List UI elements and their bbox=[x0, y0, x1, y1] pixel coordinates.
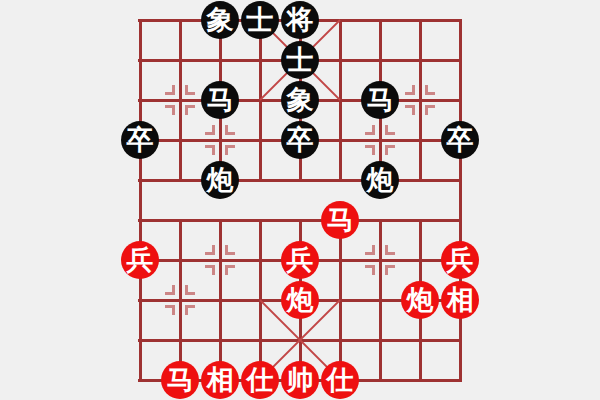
red-soldier[interactable]: 兵 bbox=[441, 241, 479, 279]
point-marker-bracket bbox=[185, 305, 195, 315]
point-marker-bracket bbox=[225, 245, 235, 255]
point-marker-bracket bbox=[205, 145, 215, 155]
red-cannon[interactable]: 炮 bbox=[281, 281, 319, 319]
grid-line bbox=[339, 19, 342, 182]
red-elephant[interactable]: 相 bbox=[201, 361, 239, 399]
point-marker-bracket bbox=[365, 125, 375, 135]
black-elephant[interactable]: 象 bbox=[281, 81, 319, 119]
point-marker-bracket bbox=[365, 265, 375, 275]
point-marker-bracket bbox=[205, 245, 215, 255]
red-advisor[interactable]: 仕 bbox=[321, 361, 359, 399]
grid-line bbox=[419, 19, 422, 182]
point-marker-bracket bbox=[425, 85, 435, 95]
grid-line bbox=[139, 19, 142, 382]
point-marker-bracket bbox=[205, 265, 215, 275]
grid-line bbox=[339, 219, 342, 382]
grid-line bbox=[459, 19, 462, 382]
black-horse[interactable]: 马 bbox=[361, 81, 399, 119]
black-cannon[interactable]: 炮 bbox=[361, 161, 399, 199]
red-general[interactable]: 帅 bbox=[281, 361, 319, 399]
point-marker-bracket bbox=[225, 145, 235, 155]
grid-line bbox=[259, 19, 262, 182]
red-elephant[interactable]: 相 bbox=[441, 281, 479, 319]
black-soldier[interactable]: 卒 bbox=[281, 121, 319, 159]
point-marker-bracket bbox=[185, 105, 195, 115]
point-marker-bracket bbox=[405, 105, 415, 115]
point-marker-bracket bbox=[385, 125, 395, 135]
red-horse[interactable]: 马 bbox=[161, 361, 199, 399]
black-advisor[interactable]: 士 bbox=[281, 41, 319, 79]
black-soldier[interactable]: 卒 bbox=[121, 121, 159, 159]
red-cannon[interactable]: 炮 bbox=[401, 281, 439, 319]
black-general[interactable]: 将 bbox=[281, 1, 319, 39]
black-soldier[interactable]: 卒 bbox=[441, 121, 479, 159]
grid-line bbox=[259, 219, 262, 382]
black-cannon[interactable]: 炮 bbox=[201, 161, 239, 199]
point-marker-bracket bbox=[405, 85, 415, 95]
point-marker-bracket bbox=[385, 265, 395, 275]
grid-line bbox=[179, 19, 182, 182]
black-horse[interactable]: 马 bbox=[201, 81, 239, 119]
point-marker-bracket bbox=[385, 145, 395, 155]
point-marker-bracket bbox=[165, 105, 175, 115]
point-marker-bracket bbox=[225, 125, 235, 135]
red-soldier[interactable]: 兵 bbox=[121, 241, 159, 279]
black-advisor[interactable]: 士 bbox=[241, 1, 279, 39]
red-horse[interactable]: 马 bbox=[321, 201, 359, 239]
red-advisor[interactable]: 仕 bbox=[241, 361, 279, 399]
black-elephant[interactable]: 象 bbox=[201, 1, 239, 39]
point-marker-bracket bbox=[365, 145, 375, 155]
point-marker-bracket bbox=[425, 105, 435, 115]
point-marker-bracket bbox=[205, 125, 215, 135]
point-marker-bracket bbox=[185, 85, 195, 95]
point-marker-bracket bbox=[185, 285, 195, 295]
xiangqi-board[interactable]: 象士将士马象马卒卒卒炮炮马兵兵兵炮炮相马相仕帅仕 bbox=[0, 0, 600, 400]
point-marker-bracket bbox=[165, 285, 175, 295]
point-marker-bracket bbox=[365, 245, 375, 255]
point-marker-bracket bbox=[225, 265, 235, 275]
point-marker-bracket bbox=[165, 85, 175, 95]
point-marker-bracket bbox=[165, 305, 175, 315]
grid-line bbox=[179, 219, 182, 382]
grid-line bbox=[379, 219, 382, 382]
grid-line bbox=[219, 219, 222, 382]
page: 象士将士马象马卒卒卒炮炮马兵兵兵炮炮相马相仕帅仕 bbox=[0, 0, 600, 400]
red-soldier[interactable]: 兵 bbox=[281, 241, 319, 279]
point-marker-bracket bbox=[385, 245, 395, 255]
